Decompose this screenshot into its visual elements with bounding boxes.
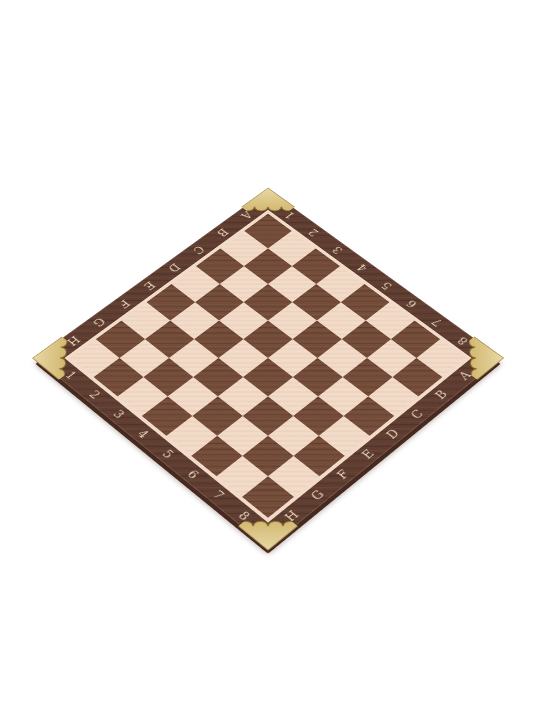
square-d6 xyxy=(293,358,343,396)
rank-label-7-kingside: 7 xyxy=(198,479,240,512)
file-label-g-black-side: G xyxy=(297,479,338,512)
playing-field xyxy=(70,214,466,518)
rank-label-1-kingside: 1 xyxy=(51,360,91,391)
square-h2 xyxy=(94,358,144,396)
square-e8 xyxy=(319,416,370,456)
rank-label-2-kingside: 2 xyxy=(74,379,115,410)
rank-label-5-kingside: 5 xyxy=(147,438,188,470)
square-g7 xyxy=(242,436,293,476)
brass-corner-protector-h8 xyxy=(238,502,298,550)
coordinate-labels: AA88BB77CC66DD55EE44FF33GG22HH11 xyxy=(268,358,501,548)
chess-board: AA88BB77CC66DD55EE44FF33GG22HH11 xyxy=(35,189,502,548)
file-label-a-black-side: A xyxy=(445,360,484,391)
file-label-c-black-side: C xyxy=(397,399,437,430)
square-d8 xyxy=(344,396,394,435)
square-g5 xyxy=(192,396,242,435)
square-f8 xyxy=(294,436,345,476)
rank-label-4-kingside: 4 xyxy=(123,418,164,450)
file-label-h-black-side: H xyxy=(271,499,313,533)
square-c7 xyxy=(343,358,393,396)
square-h3 xyxy=(118,377,168,416)
photo-background: AA88BB77CC66DD55EE44FF33GG22HH11 xyxy=(0,0,540,720)
square-h7 xyxy=(217,456,268,497)
square-c8 xyxy=(368,377,418,416)
square-f7 xyxy=(268,416,319,456)
file-label-d-black-side: D xyxy=(373,418,413,450)
square-g8 xyxy=(268,456,319,497)
square-g3 xyxy=(143,358,193,396)
file-label-e-black-side: E xyxy=(348,438,389,470)
square-h6 xyxy=(191,436,242,476)
file-label-b-black-side: B xyxy=(421,379,461,410)
square-d7 xyxy=(318,377,368,416)
square-b8 xyxy=(393,358,443,396)
square-e6 xyxy=(268,377,318,416)
square-f5 xyxy=(218,377,268,416)
rank-label-8-kingside: 8 xyxy=(223,499,265,533)
rank-label-6-kingside: 6 xyxy=(172,458,213,491)
file-label-f-black-side: F xyxy=(322,458,363,491)
square-h8 xyxy=(242,476,294,518)
board-frame: AA88BB77CC66DD55EE44FF33GG22HH11 xyxy=(35,189,502,548)
square-e5 xyxy=(243,358,293,396)
square-g4 xyxy=(168,377,218,416)
square-h5 xyxy=(166,416,217,456)
square-f6 xyxy=(243,396,293,435)
rank-label-3-kingside: 3 xyxy=(98,399,139,430)
square-h4 xyxy=(142,396,192,435)
square-g6 xyxy=(217,416,268,456)
square-f4 xyxy=(193,358,243,396)
square-e7 xyxy=(293,396,343,435)
